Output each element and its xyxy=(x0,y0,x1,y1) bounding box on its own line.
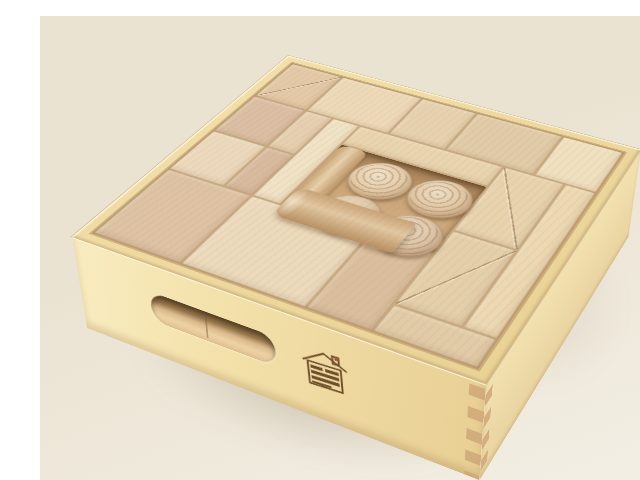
maker-logo-stamp xyxy=(298,344,353,401)
block-front-rect-right xyxy=(306,234,432,330)
photo-scene: Three-quarter overhead photo of a natura… xyxy=(40,16,640,480)
block-triangle-pair-lower-right xyxy=(395,231,516,326)
wooden-tray-box xyxy=(72,56,640,384)
block-cylinder-lying xyxy=(272,187,418,253)
block-cylinder-front-left xyxy=(302,189,393,242)
block-cylinder-front-right xyxy=(362,208,454,264)
